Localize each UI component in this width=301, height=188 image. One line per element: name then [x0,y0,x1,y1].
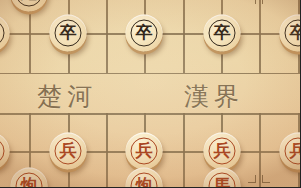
piece-character: 卒 [136,24,153,41]
piece-red-soldier[interactable]: 兵 [280,133,301,170]
piece-ring: 炮 [131,173,158,188]
piece-ring: 馬 [209,173,236,188]
grid-rank-line [0,113,300,115]
piece-red-soldier[interactable]: 兵 [0,133,10,170]
piece-black-cannon[interactable]: 炮 [11,0,48,12]
piece-red-soldier[interactable]: 兵 [126,133,163,170]
river-label-chu-he: 楚河 [37,83,97,111]
grid-file-line [106,113,108,187]
piece-ring: 卒 [0,20,5,47]
piece-ring: 炮 [16,173,43,188]
grid-file-line [183,0,185,73]
piece-black-soldier[interactable]: 卒 [0,15,10,52]
river-label-han-jie: 漢界 [184,83,244,111]
marker-corner [262,175,270,183]
piece-character: 卒 [290,24,301,41]
piece-character: 兵 [136,142,153,159]
piece-black-soldier[interactable]: 卒 [126,15,163,52]
piece-black-soldier[interactable]: 卒 [204,15,241,52]
piece-red-soldier[interactable]: 兵 [50,133,87,170]
piece-ring: 卒 [209,20,236,47]
marker-corner [248,0,256,4]
grid-rank-line [0,73,300,75]
piece-ring: 兵 [209,138,236,165]
piece-red-cannon[interactable]: 炮 [126,168,163,188]
piece-character: 馬 [214,177,231,187]
piece-character: 炮 [21,177,38,187]
piece-ring: 炮 [16,0,43,7]
grid-file-line [183,113,185,187]
cannon-point-marker-red-file8 [248,175,270,187]
piece-character: 兵 [214,142,231,159]
xiangqi-board: 楚河 漢界 卒炮卒卒卒卒兵兵兵兵兵炮炮馬 [0,0,300,187]
piece-ring: 兵 [131,138,158,165]
piece-ring: 兵 [285,138,301,165]
piece-ring: 卒 [55,20,82,47]
grid-file-line [259,0,261,73]
piece-ring: 卒 [131,20,158,47]
piece-character: 兵 [290,142,301,159]
grid-file-line [106,0,108,73]
piece-character: 炮 [136,177,153,187]
piece-character: 卒 [60,24,77,41]
piece-black-soldier[interactable]: 卒 [50,15,87,52]
piece-ring: 兵 [55,138,82,165]
piece-character: 兵 [60,142,77,159]
piece-character: 卒 [214,24,231,41]
piece-character: 炮 [21,0,38,1]
marker-corner [248,175,256,183]
piece-black-soldier[interactable]: 卒 [280,15,301,52]
piece-ring: 卒 [285,20,301,47]
marker-corner [262,0,270,4]
cannon-point-marker-black-file8 [248,0,270,4]
piece-red-soldier[interactable]: 兵 [204,133,241,170]
piece-red-cannon[interactable]: 炮 [11,168,48,188]
piece-ring: 兵 [0,138,5,165]
piece-red-horse[interactable]: 馬 [204,168,241,188]
